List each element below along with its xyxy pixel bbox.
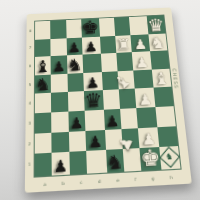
board-square[interactable]: ♟ xyxy=(104,109,122,129)
board-square[interactable] xyxy=(35,153,52,177)
white-rook[interactable]: ♜ xyxy=(116,37,132,53)
white-knight[interactable]: ♞ xyxy=(149,35,166,52)
black-pawn[interactable]: ♟ xyxy=(68,42,81,56)
board-square[interactable]: ♟ xyxy=(135,88,156,109)
board-square[interactable] xyxy=(129,16,148,35)
board-square[interactable] xyxy=(150,51,169,70)
board-square[interactable] xyxy=(103,90,121,110)
board-square[interactable] xyxy=(99,18,115,37)
board-square[interactable] xyxy=(114,17,131,36)
board-square[interactable] xyxy=(50,20,66,39)
coordinate-label: c xyxy=(80,180,83,185)
board-square[interactable]: ♝ xyxy=(152,69,172,88)
board-square[interactable] xyxy=(35,132,52,153)
black-knight[interactable]: ♞ xyxy=(106,152,124,172)
board-square[interactable] xyxy=(67,73,84,92)
black-pawn[interactable]: ♟ xyxy=(70,115,84,131)
board-square[interactable] xyxy=(35,21,51,40)
board-square[interactable] xyxy=(156,106,176,126)
coordinate-label: 8 xyxy=(29,29,31,33)
black-knight[interactable]: ♞ xyxy=(67,56,83,73)
black-pawn[interactable]: ♟ xyxy=(52,60,65,75)
photo-background: ♚♛♟♟♜♟♞♝♟♞♟♞♟♝♝♛♟♟♟♟♟♟♟♞♚♞ abcdefgh 8765… xyxy=(0,0,200,200)
corner-logo: ♞ xyxy=(159,146,180,170)
chess-board: ♚♛♟♟♜♟♞♝♟♞♟♞♟♝♝♛♟♟♟♟♟♟♟♞♚♞ xyxy=(34,15,182,178)
logo-knight-icon: ♞ xyxy=(166,153,174,162)
board-square[interactable]: ♚ xyxy=(140,147,162,171)
black-knight[interactable]: ♞ xyxy=(35,76,51,94)
board-square[interactable] xyxy=(52,131,69,152)
board-square[interactable] xyxy=(116,52,133,71)
board-square[interactable]: ♟ xyxy=(68,111,85,132)
coordinate-label: 3 xyxy=(28,121,31,125)
board-square[interactable]: ♞ xyxy=(67,55,83,74)
coordinate-label: 6 xyxy=(29,64,32,68)
board-square[interactable] xyxy=(82,54,101,73)
board-square[interactable]: ♞ xyxy=(148,34,167,52)
board-square[interactable]: ♟ xyxy=(131,34,151,52)
board-square[interactable]: ♟ xyxy=(132,52,152,71)
brand-text: CHESS xyxy=(171,68,179,89)
board-square[interactable]: ♟ xyxy=(82,37,101,55)
white-bishop[interactable]: ♝ xyxy=(153,70,171,88)
board-square[interactable] xyxy=(51,112,68,133)
board-square[interactable] xyxy=(51,38,67,56)
board-square[interactable]: ♞ xyxy=(159,146,180,170)
board-square[interactable]: ♞ xyxy=(106,149,125,173)
white-pawn[interactable]: ♟ xyxy=(135,56,149,70)
coordinate-label: 4 xyxy=(29,102,32,106)
black-bishop[interactable]: ♝ xyxy=(35,58,51,75)
white-queen[interactable]: ♛ xyxy=(147,16,166,34)
board-square[interactable]: ♟ xyxy=(51,56,67,75)
coordinate-label: e xyxy=(116,178,119,183)
coordinate-label: a xyxy=(44,182,47,187)
board-square[interactable] xyxy=(154,87,174,107)
coordinate-label: 2 xyxy=(28,142,31,146)
board-square[interactable]: ♞ xyxy=(35,74,51,93)
board-square[interactable] xyxy=(51,74,67,93)
board-square[interactable] xyxy=(69,151,87,175)
white-king[interactable]: ♚ xyxy=(140,147,162,171)
board-square[interactable] xyxy=(100,36,117,54)
coordinate-label: h xyxy=(170,175,173,180)
coordinate-label: 7 xyxy=(29,47,31,51)
coordinate-label: 5 xyxy=(29,83,32,87)
board-square[interactable]: ♛ xyxy=(84,90,104,111)
coordinate-label: f xyxy=(134,177,136,182)
board-square[interactable] xyxy=(67,91,84,111)
coordinate-label: d xyxy=(98,179,101,184)
black-queen[interactable]: ♛ xyxy=(84,90,103,111)
board-square[interactable] xyxy=(137,107,158,128)
black-pawn[interactable]: ♟ xyxy=(84,41,98,55)
board-square[interactable] xyxy=(35,93,52,114)
chess-mat: ♚♛♟♟♜♟♞♝♟♞♟♞♟♝♝♛♟♟♟♟♟♟♟♞♚♞ abcdefgh 8765… xyxy=(25,7,192,192)
board-square[interactable]: ♝ xyxy=(35,56,51,75)
coordinate-label: 1 xyxy=(28,163,31,167)
black-king[interactable]: ♚ xyxy=(81,19,100,38)
board-square[interactable] xyxy=(35,39,51,57)
board-square[interactable] xyxy=(86,150,107,174)
rank-labels: 87654321 xyxy=(26,22,33,175)
white-pawn[interactable]: ♟ xyxy=(138,93,153,108)
board-square[interactable]: ♟ xyxy=(66,38,82,56)
board-square[interactable] xyxy=(101,53,118,72)
coordinate-label: g xyxy=(151,176,154,181)
black-pawn[interactable]: ♟ xyxy=(53,158,68,175)
board-square[interactable]: ♟ xyxy=(52,152,70,176)
board-square[interactable]: ♟ xyxy=(85,130,105,151)
black-pawn[interactable]: ♟ xyxy=(88,134,103,150)
board-square[interactable] xyxy=(133,69,153,88)
board-square[interactable]: ♚ xyxy=(81,19,100,38)
board-square[interactable]: ♛ xyxy=(147,15,166,34)
board-square[interactable]: ♝ xyxy=(118,70,135,89)
board-square[interactable]: ♟ xyxy=(121,128,139,149)
board-square[interactable] xyxy=(84,110,104,131)
board-square[interactable] xyxy=(66,19,82,38)
board-square[interactable]: ♜ xyxy=(115,35,132,53)
coordinate-label: b xyxy=(62,181,65,186)
board-square[interactable] xyxy=(157,126,178,147)
board-square[interactable] xyxy=(120,108,138,128)
white-pawn[interactable]: ♟ xyxy=(134,38,148,52)
board-square[interactable] xyxy=(51,92,68,113)
board-square[interactable] xyxy=(68,131,86,152)
board-square[interactable] xyxy=(35,113,52,134)
black-pawn[interactable]: ♟ xyxy=(105,114,120,130)
